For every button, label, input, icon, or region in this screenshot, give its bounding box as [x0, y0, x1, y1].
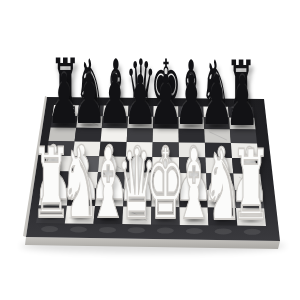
white-rook-h1[interactable]: ♜: [231, 137, 270, 234]
chess-pieces: ♜♞♝♛♚♝♞♜♟♟♟♟♟♟♟♟♟♟♟♟♟♟♟♟♜♞♝♛♚♝♞♜: [0, 0, 300, 300]
black-pawn-h7[interactable]: ♟: [225, 67, 259, 135]
marble-chess-set-photo: ♜♞♝♛♚♝♞♜♟♟♟♟♟♟♟♟♟♟♟♟♟♟♟♟♜♞♝♛♚♝♞♜: [0, 0, 300, 300]
